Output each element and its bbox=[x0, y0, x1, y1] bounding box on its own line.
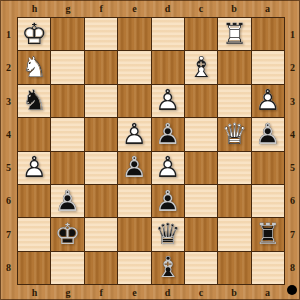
square-g7[interactable]: ♚♔ bbox=[51, 218, 83, 250]
square-h4[interactable] bbox=[18, 118, 50, 150]
square-h8[interactable] bbox=[18, 252, 50, 284]
square-f4[interactable] bbox=[85, 118, 117, 150]
black-pawn[interactable]: ♟♙ bbox=[252, 118, 284, 150]
turn-indicator-black-to-move-icon bbox=[287, 285, 297, 295]
square-g5[interactable] bbox=[51, 152, 83, 184]
rank-labels-left: 12345678 bbox=[0, 18, 17, 284]
white-pawn[interactable]: ♟♙ bbox=[252, 85, 284, 117]
white-bishop[interactable]: ♝♗ bbox=[185, 51, 217, 83]
square-d4[interactable]: ♟♙ bbox=[152, 118, 184, 150]
black-pawn[interactable]: ♟♙ bbox=[51, 185, 83, 217]
file-labels-top-f: f bbox=[85, 0, 118, 17]
file-labels-top-h: h bbox=[18, 0, 51, 17]
file-labels-bottom-g: g bbox=[51, 285, 84, 300]
rank-labels-right-6: 6 bbox=[285, 184, 300, 217]
square-e2[interactable] bbox=[118, 51, 150, 83]
file-labels-bottom-a: a bbox=[251, 285, 284, 300]
square-e5[interactable]: ♟♙ bbox=[118, 152, 150, 184]
square-a7[interactable]: ♜♖ bbox=[252, 218, 284, 250]
black-pawn-outline: ♙ bbox=[152, 185, 184, 217]
white-king[interactable]: ♚♔ bbox=[18, 18, 50, 50]
square-d3[interactable]: ♟♙ bbox=[152, 85, 184, 117]
square-g3[interactable] bbox=[51, 85, 83, 117]
square-d6[interactable]: ♟♙ bbox=[152, 185, 184, 217]
rank-labels-left-3: 3 bbox=[0, 85, 17, 118]
file-labels-bottom-d: d bbox=[151, 285, 184, 300]
white-bishop-outline: ♗ bbox=[185, 51, 217, 83]
file-labels-top-b: b bbox=[218, 0, 251, 17]
square-c7[interactable] bbox=[185, 218, 217, 250]
square-e8[interactable] bbox=[118, 252, 150, 284]
square-c6[interactable] bbox=[185, 185, 217, 217]
black-rook-outline: ♖ bbox=[252, 218, 284, 250]
file-labels-bottom: hgfedcba bbox=[18, 285, 284, 300]
rank-labels-left-7: 7 bbox=[0, 218, 17, 251]
white-king-outline: ♔ bbox=[18, 18, 50, 50]
square-a4[interactable]: ♟♙ bbox=[252, 118, 284, 150]
square-d5[interactable]: ♟♙ bbox=[152, 152, 184, 184]
rank-labels-left-5: 5 bbox=[0, 151, 17, 184]
square-c2[interactable]: ♝♗ bbox=[185, 51, 217, 83]
white-knight-outline: ♘ bbox=[18, 51, 50, 83]
white-pawn-outline: ♙ bbox=[152, 152, 184, 184]
rank-labels-left-8: 8 bbox=[0, 251, 17, 284]
square-c5[interactable] bbox=[185, 152, 217, 184]
square-h3[interactable]: ♞♘ bbox=[18, 85, 50, 117]
file-labels-top: hgfedcba bbox=[18, 0, 284, 17]
square-b2[interactable] bbox=[218, 51, 250, 83]
square-f6[interactable] bbox=[85, 185, 117, 217]
white-queen-outline: ♕ bbox=[218, 118, 250, 150]
white-rook[interactable]: ♜♖ bbox=[218, 18, 250, 50]
file-labels-top-a: a bbox=[251, 0, 284, 17]
square-d1[interactable] bbox=[152, 18, 184, 50]
square-b3[interactable] bbox=[218, 85, 250, 117]
square-f3[interactable] bbox=[85, 85, 117, 117]
rank-labels-right-5: 5 bbox=[285, 151, 300, 184]
black-rook[interactable]: ♜♖ bbox=[252, 218, 284, 250]
square-a8[interactable] bbox=[252, 252, 284, 284]
square-h7[interactable] bbox=[18, 218, 50, 250]
black-pawn-outline: ♙ bbox=[118, 152, 150, 184]
rank-labels-right-8: 8 bbox=[285, 251, 300, 284]
black-queen-outline: ♕ bbox=[152, 218, 184, 250]
square-f5[interactable] bbox=[85, 152, 117, 184]
square-b6[interactable] bbox=[218, 185, 250, 217]
white-rook-outline: ♖ bbox=[218, 18, 250, 50]
white-pawn[interactable]: ♟♙ bbox=[118, 118, 150, 150]
square-e1[interactable] bbox=[118, 18, 150, 50]
file-labels-top-e: e bbox=[118, 0, 151, 17]
square-g2[interactable] bbox=[51, 51, 83, 83]
square-f7[interactable] bbox=[85, 218, 117, 250]
square-c3[interactable] bbox=[185, 85, 217, 117]
white-queen[interactable]: ♛♕ bbox=[218, 118, 250, 150]
black-pawn-outline: ♙ bbox=[252, 118, 284, 150]
white-pawn-outline: ♙ bbox=[152, 85, 184, 117]
black-king-outline: ♔ bbox=[51, 218, 83, 250]
white-knight[interactable]: ♞♘ bbox=[18, 51, 50, 83]
file-labels-bottom-e: e bbox=[118, 285, 151, 300]
white-pawn-outline: ♙ bbox=[252, 85, 284, 117]
square-f2[interactable] bbox=[85, 51, 117, 83]
black-pawn[interactable]: ♟♙ bbox=[152, 118, 184, 150]
rank-labels-right-2: 2 bbox=[285, 51, 300, 84]
square-h1[interactable]: ♚♔ bbox=[18, 18, 50, 50]
rank-labels-right-4: 4 bbox=[285, 118, 300, 151]
black-pawn-outline: ♙ bbox=[152, 118, 184, 150]
square-d7[interactable]: ♛♕ bbox=[152, 218, 184, 250]
square-b5[interactable] bbox=[218, 152, 250, 184]
white-pawn[interactable]: ♟♙ bbox=[152, 152, 184, 184]
square-g4[interactable] bbox=[51, 118, 83, 150]
rank-labels-left-6: 6 bbox=[0, 184, 17, 217]
square-e7[interactable] bbox=[118, 218, 150, 250]
square-b4[interactable]: ♛♕ bbox=[218, 118, 250, 150]
black-pawn[interactable]: ♟♙ bbox=[152, 185, 184, 217]
chess-board-widget: hgfedcba hgfedcba 12345678 12345678 ♚♔♜♖… bbox=[0, 0, 300, 300]
square-c8[interactable] bbox=[185, 252, 217, 284]
file-labels-top-g: g bbox=[51, 0, 84, 17]
square-a1[interactable] bbox=[252, 18, 284, 50]
black-knight[interactable]: ♞♘ bbox=[18, 85, 50, 117]
rank-labels-left-2: 2 bbox=[0, 51, 17, 84]
black-pawn[interactable]: ♟♙ bbox=[118, 152, 150, 184]
square-a6[interactable] bbox=[252, 185, 284, 217]
square-g8[interactable] bbox=[51, 252, 83, 284]
file-labels-top-c: c bbox=[184, 0, 217, 17]
rank-labels-right-7: 7 bbox=[285, 218, 300, 251]
rank-labels-right: 12345678 bbox=[285, 18, 300, 284]
square-d8[interactable]: ♝♗ bbox=[152, 252, 184, 284]
square-d2[interactable] bbox=[152, 51, 184, 83]
black-bishop-outline: ♗ bbox=[152, 252, 184, 284]
black-bishop[interactable]: ♝♗ bbox=[152, 252, 184, 284]
chess-board: ♚♔♜♖♞♘♝♗♞♘♟♙♟♙♟♙♟♙♛♕♟♙♟♙♟♙♟♙♟♙♟♙♚♔♛♕♜♖♝♗ bbox=[17, 17, 285, 285]
square-f8[interactable] bbox=[85, 252, 117, 284]
white-pawn-outline: ♙ bbox=[118, 118, 150, 150]
black-pawn-outline: ♙ bbox=[51, 185, 83, 217]
file-labels-bottom-b: b bbox=[218, 285, 251, 300]
white-pawn-outline: ♙ bbox=[18, 152, 50, 184]
square-g1[interactable] bbox=[51, 18, 83, 50]
square-e3[interactable] bbox=[118, 85, 150, 117]
white-pawn[interactable]: ♟♙ bbox=[18, 152, 50, 184]
rank-labels-left-1: 1 bbox=[0, 18, 17, 51]
file-labels-bottom-c: c bbox=[184, 285, 217, 300]
square-c1[interactable] bbox=[185, 18, 217, 50]
square-f1[interactable] bbox=[85, 18, 117, 50]
file-labels-bottom-h: h bbox=[18, 285, 51, 300]
white-pawn[interactable]: ♟♙ bbox=[152, 85, 184, 117]
black-king[interactable]: ♚♔ bbox=[51, 218, 83, 250]
black-queen[interactable]: ♛♕ bbox=[152, 218, 184, 250]
rank-labels-right-1: 1 bbox=[285, 18, 300, 51]
square-h2[interactable]: ♞♘ bbox=[18, 51, 50, 83]
square-a3[interactable]: ♟♙ bbox=[252, 85, 284, 117]
rank-labels-right-3: 3 bbox=[285, 85, 300, 118]
file-labels-top-d: d bbox=[151, 0, 184, 17]
square-a5[interactable] bbox=[252, 152, 284, 184]
square-e4[interactable]: ♟♙ bbox=[118, 118, 150, 150]
square-e6[interactable] bbox=[118, 185, 150, 217]
file-labels-bottom-f: f bbox=[85, 285, 118, 300]
square-c4[interactable] bbox=[185, 118, 217, 150]
square-a2[interactable] bbox=[252, 51, 284, 83]
square-b1[interactable]: ♜♖ bbox=[218, 18, 250, 50]
square-b8[interactable] bbox=[218, 252, 250, 284]
square-b7[interactable] bbox=[218, 218, 250, 250]
rank-labels-left-4: 4 bbox=[0, 118, 17, 151]
black-knight-outline: ♘ bbox=[18, 85, 50, 117]
square-g6[interactable]: ♟♙ bbox=[51, 185, 83, 217]
square-h5[interactable]: ♟♙ bbox=[18, 152, 50, 184]
square-h6[interactable] bbox=[18, 185, 50, 217]
